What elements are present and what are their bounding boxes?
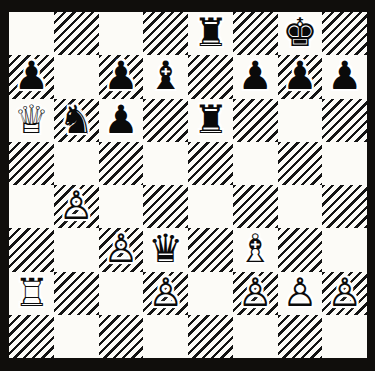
square-f7[interactable]: ♟ <box>233 55 278 98</box>
square-g2[interactable]: ♙ <box>278 272 323 315</box>
square-h6[interactable] <box>322 99 367 142</box>
square-f1[interactable] <box>233 315 278 358</box>
square-h2[interactable]: ♙ <box>322 272 367 315</box>
black-pawn: ♟ <box>282 56 317 95</box>
white-rook: ♖ <box>14 273 49 312</box>
square-b7[interactable] <box>54 55 99 98</box>
square-c7[interactable]: ♟ <box>99 55 144 98</box>
square-a8[interactable] <box>9 12 54 55</box>
square-h8[interactable] <box>322 12 367 55</box>
square-h5[interactable] <box>322 142 367 185</box>
square-b6[interactable]: ♞ <box>54 99 99 142</box>
square-f4[interactable] <box>233 185 278 228</box>
black-king: ♚ <box>282 13 317 52</box>
square-f5[interactable] <box>233 142 278 185</box>
square-d1[interactable] <box>143 315 188 358</box>
page: ♜♚♟♟♝♟♟♟♕♞♟♜♙♙♛♗♖♙♙♙♙ <box>0 0 375 371</box>
square-g5[interactable] <box>278 142 323 185</box>
square-c2[interactable] <box>99 272 144 315</box>
square-d6[interactable] <box>143 99 188 142</box>
white-pawn: ♙ <box>327 273 362 312</box>
square-a7[interactable]: ♟ <box>9 55 54 98</box>
square-h7[interactable]: ♟ <box>322 55 367 98</box>
square-h1[interactable] <box>322 315 367 358</box>
white-pawn: ♙ <box>148 273 183 312</box>
black-bishop: ♝ <box>148 56 183 95</box>
square-c5[interactable] <box>99 142 144 185</box>
square-g1[interactable] <box>278 315 323 358</box>
square-d5[interactable] <box>143 142 188 185</box>
white-bishop: ♗ <box>238 229 273 268</box>
square-f3[interactable]: ♗ <box>233 228 278 271</box>
square-d7[interactable]: ♝ <box>143 55 188 98</box>
square-b5[interactable] <box>54 142 99 185</box>
square-d8[interactable] <box>143 12 188 55</box>
square-b1[interactable] <box>54 315 99 358</box>
black-queen: ♛ <box>148 229 183 268</box>
black-pawn: ♟ <box>103 56 138 95</box>
chess-board: ♜♚♟♟♝♟♟♟♕♞♟♜♙♙♛♗♖♙♙♙♙ <box>9 12 367 358</box>
square-e6[interactable]: ♜ <box>188 99 233 142</box>
square-c4[interactable] <box>99 185 144 228</box>
black-rook: ♜ <box>193 100 228 139</box>
square-d2[interactable]: ♙ <box>143 272 188 315</box>
black-pawn: ♟ <box>327 56 362 95</box>
square-g4[interactable] <box>278 185 323 228</box>
square-a1[interactable] <box>9 315 54 358</box>
square-g7[interactable]: ♟ <box>278 55 323 98</box>
square-e8[interactable]: ♜ <box>188 12 233 55</box>
square-a4[interactable] <box>9 185 54 228</box>
square-b2[interactable] <box>54 272 99 315</box>
square-b3[interactable] <box>54 228 99 271</box>
white-queen: ♕ <box>14 100 49 139</box>
square-f6[interactable] <box>233 99 278 142</box>
square-h3[interactable] <box>322 228 367 271</box>
white-pawn: ♙ <box>59 186 94 225</box>
square-c6[interactable]: ♟ <box>99 99 144 142</box>
square-c3[interactable]: ♙ <box>99 228 144 271</box>
square-e2[interactable] <box>188 272 233 315</box>
square-d3[interactable]: ♛ <box>143 228 188 271</box>
square-d4[interactable] <box>143 185 188 228</box>
square-g8[interactable]: ♚ <box>278 12 323 55</box>
square-e4[interactable] <box>188 185 233 228</box>
square-b8[interactable] <box>54 12 99 55</box>
black-pawn: ♟ <box>103 100 138 139</box>
white-pawn: ♙ <box>103 229 138 268</box>
square-f2[interactable]: ♙ <box>233 272 278 315</box>
square-e7[interactable] <box>188 55 233 98</box>
square-a3[interactable] <box>9 228 54 271</box>
square-a2[interactable]: ♖ <box>9 272 54 315</box>
square-c8[interactable] <box>99 12 144 55</box>
black-knight: ♞ <box>59 100 94 139</box>
black-rook: ♜ <box>193 13 228 52</box>
white-pawn: ♙ <box>238 273 273 312</box>
square-h4[interactable] <box>322 185 367 228</box>
black-pawn: ♟ <box>238 56 273 95</box>
square-e1[interactable] <box>188 315 233 358</box>
square-e5[interactable] <box>188 142 233 185</box>
square-f8[interactable] <box>233 12 278 55</box>
square-b4[interactable]: ♙ <box>54 185 99 228</box>
black-pawn: ♟ <box>14 56 49 95</box>
square-a5[interactable] <box>9 142 54 185</box>
white-pawn: ♙ <box>282 273 317 312</box>
square-g3[interactable] <box>278 228 323 271</box>
square-a6[interactable]: ♕ <box>9 99 54 142</box>
square-e3[interactable] <box>188 228 233 271</box>
square-c1[interactable] <box>99 315 144 358</box>
square-g6[interactable] <box>278 99 323 142</box>
chess-diagram-frame: ♜♚♟♟♝♟♟♟♕♞♟♜♙♙♛♗♖♙♙♙♙ <box>0 0 375 371</box>
